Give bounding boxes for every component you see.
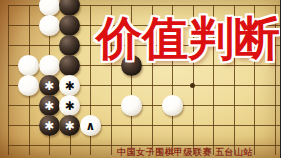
white-stone bbox=[18, 55, 39, 76]
grid-line bbox=[265, 5, 281, 6]
grid-line bbox=[152, 75, 153, 95]
grid-line bbox=[8, 45, 18, 46]
grid-line bbox=[90, 55, 91, 75]
white-stone bbox=[39, 0, 60, 16]
grid-line bbox=[254, 95, 255, 115]
black-stone bbox=[59, 55, 80, 76]
grid-line bbox=[275, 115, 276, 135]
grid-line bbox=[90, 95, 91, 115]
grid-line bbox=[29, 35, 30, 55]
grid-line bbox=[8, 75, 9, 95]
lecture-title: 价值判断 bbox=[96, 8, 280, 70]
black-stone: ✱ bbox=[39, 95, 60, 116]
grid-line bbox=[275, 75, 276, 95]
grid-line bbox=[193, 115, 194, 135]
white-stone: ✱ bbox=[59, 95, 80, 116]
black-stone bbox=[59, 0, 80, 16]
board-intersection bbox=[203, 95, 224, 115]
grid-line bbox=[8, 105, 18, 106]
board-intersection: ✱ bbox=[39, 95, 60, 115]
asterisk-mark: ✱ bbox=[65, 120, 75, 132]
board-intersection bbox=[19, 135, 40, 155]
white-stone bbox=[39, 15, 60, 36]
board-intersection bbox=[224, 95, 245, 115]
grid-line bbox=[8, 135, 9, 155]
board-intersection bbox=[121, 95, 142, 115]
board-intersection bbox=[265, 135, 281, 155]
white-stone: ∧ bbox=[80, 115, 101, 136]
grid-line bbox=[131, 75, 132, 95]
grid-line bbox=[29, 95, 30, 115]
board-intersection bbox=[80, 135, 101, 155]
board-intersection bbox=[39, 15, 60, 35]
board-intersection: ✱ bbox=[60, 115, 81, 135]
board-intersection bbox=[0, 115, 19, 135]
board-intersection bbox=[19, 115, 40, 135]
grid-line bbox=[265, 85, 281, 86]
board-intersection bbox=[183, 115, 204, 135]
white-stone bbox=[121, 95, 142, 116]
board-intersection bbox=[60, 135, 81, 155]
board-intersection bbox=[19, 0, 40, 15]
star-point bbox=[190, 83, 195, 88]
board-intersection bbox=[19, 35, 40, 55]
grid-line bbox=[49, 135, 50, 155]
grid-line bbox=[193, 95, 194, 115]
board-intersection bbox=[60, 15, 81, 35]
black-stone: ✱ bbox=[39, 75, 60, 96]
grid-line bbox=[234, 115, 235, 135]
grid-line bbox=[213, 95, 214, 115]
grid-line bbox=[152, 95, 153, 115]
board-intersection bbox=[101, 95, 122, 115]
grid-line bbox=[29, 115, 30, 135]
board-intersection bbox=[183, 75, 204, 95]
board-intersection bbox=[142, 115, 163, 135]
board-intersection bbox=[101, 115, 122, 135]
black-stone bbox=[59, 15, 80, 36]
board-intersection bbox=[39, 55, 60, 75]
board-intersection bbox=[121, 115, 142, 135]
grid-line bbox=[8, 55, 9, 75]
grid-line bbox=[254, 75, 255, 95]
board-intersection bbox=[183, 95, 204, 115]
board-intersection bbox=[142, 75, 163, 95]
grid-line bbox=[234, 95, 235, 115]
grid-line bbox=[8, 65, 18, 66]
asterisk-mark: ✱ bbox=[65, 80, 75, 92]
board-intersection bbox=[39, 135, 60, 155]
grid-line bbox=[8, 15, 9, 35]
board-intersection bbox=[80, 75, 101, 95]
grid-line bbox=[152, 115, 153, 135]
caret-mark: ∧ bbox=[85, 120, 95, 132]
board-intersection bbox=[0, 135, 19, 155]
board-intersection bbox=[60, 0, 81, 15]
grid-line bbox=[8, 125, 18, 126]
board-intersection: ✱ bbox=[39, 75, 60, 95]
grid-line bbox=[8, 5, 18, 6]
grid-line bbox=[8, 115, 9, 135]
grid-line bbox=[265, 125, 281, 126]
grid-line bbox=[8, 95, 9, 115]
board-intersection bbox=[0, 55, 19, 75]
grid-line bbox=[49, 35, 50, 55]
board-intersection bbox=[244, 95, 265, 115]
board-intersection bbox=[19, 75, 40, 95]
white-stone: ✱ bbox=[59, 75, 80, 96]
asterisk-mark: ✱ bbox=[44, 100, 54, 112]
asterisk-mark: ✱ bbox=[65, 100, 75, 112]
grid-line bbox=[29, 5, 30, 15]
black-stone: ✱ bbox=[39, 115, 60, 136]
board-intersection bbox=[60, 35, 81, 55]
board-intersection: ✱ bbox=[39, 115, 60, 135]
board-intersection bbox=[0, 15, 19, 35]
board-intersection bbox=[19, 15, 40, 35]
grid-line bbox=[234, 75, 235, 95]
grid-line bbox=[8, 85, 18, 86]
grid-line bbox=[213, 115, 214, 135]
board-intersection bbox=[265, 115, 281, 135]
grid-line bbox=[111, 115, 112, 135]
grid-line bbox=[29, 135, 30, 155]
board-intersection bbox=[142, 95, 163, 115]
grid-line bbox=[8, 145, 18, 146]
grid-line bbox=[275, 95, 276, 115]
board-intersection bbox=[224, 75, 245, 95]
board-intersection bbox=[0, 35, 19, 55]
grid-line bbox=[8, 35, 9, 55]
black-stone bbox=[59, 35, 80, 56]
grid-line bbox=[111, 75, 112, 95]
grid-line bbox=[265, 105, 281, 106]
grid-line bbox=[254, 115, 255, 135]
grid-line bbox=[254, 135, 255, 155]
grid-line bbox=[90, 15, 91, 35]
grid-line bbox=[90, 5, 91, 15]
asterisk-mark: ✱ bbox=[44, 80, 54, 92]
board-intersection bbox=[162, 115, 183, 135]
grid-line bbox=[90, 135, 91, 155]
grid-line bbox=[265, 145, 281, 146]
go-lecture-frame: ✱✱✱✱✱✱∧ 价值判断 中国女子围棋甲级联赛 五台山站 bbox=[0, 0, 280, 158]
grid-line bbox=[275, 135, 276, 155]
board-intersection bbox=[0, 75, 19, 95]
grid-line bbox=[131, 115, 132, 135]
board-intersection: ✱ bbox=[60, 75, 81, 95]
grid-line bbox=[213, 75, 214, 95]
board-intersection bbox=[224, 115, 245, 135]
grid-line bbox=[70, 135, 71, 155]
board-intersection bbox=[60, 55, 81, 75]
board-intersection bbox=[203, 75, 224, 95]
asterisk-mark: ✱ bbox=[44, 120, 54, 132]
grid-line bbox=[90, 35, 91, 55]
board-intersection bbox=[203, 115, 224, 135]
grid-line bbox=[111, 95, 112, 115]
grid-line bbox=[29, 15, 30, 35]
board-intersection bbox=[121, 75, 142, 95]
board-intersection bbox=[80, 95, 101, 115]
board-intersection bbox=[265, 75, 281, 95]
board-intersection bbox=[0, 0, 19, 15]
board-intersection bbox=[39, 35, 60, 55]
board-intersection bbox=[265, 95, 281, 115]
board-intersection bbox=[0, 95, 19, 115]
board-intersection bbox=[101, 75, 122, 95]
black-stone: ✱ bbox=[59, 115, 80, 136]
board-intersection bbox=[19, 95, 40, 115]
grid-line bbox=[111, 135, 112, 155]
event-caption: 中国女子围棋甲级联赛 五台山站 bbox=[117, 146, 253, 158]
grid-line bbox=[8, 5, 9, 15]
board-intersection: ∧ bbox=[80, 115, 101, 135]
white-stone bbox=[162, 95, 183, 116]
board-intersection: ✱ bbox=[60, 95, 81, 115]
grid-line bbox=[8, 25, 18, 26]
board-intersection bbox=[39, 0, 60, 15]
grid-line bbox=[172, 115, 173, 135]
grid-line bbox=[90, 75, 91, 95]
grid-line bbox=[172, 75, 173, 95]
white-stone bbox=[39, 55, 60, 76]
board-intersection bbox=[162, 95, 183, 115]
board-intersection bbox=[244, 115, 265, 135]
white-stone bbox=[18, 75, 39, 96]
board-intersection bbox=[19, 55, 40, 75]
board-intersection bbox=[162, 75, 183, 95]
board-intersection bbox=[244, 75, 265, 95]
